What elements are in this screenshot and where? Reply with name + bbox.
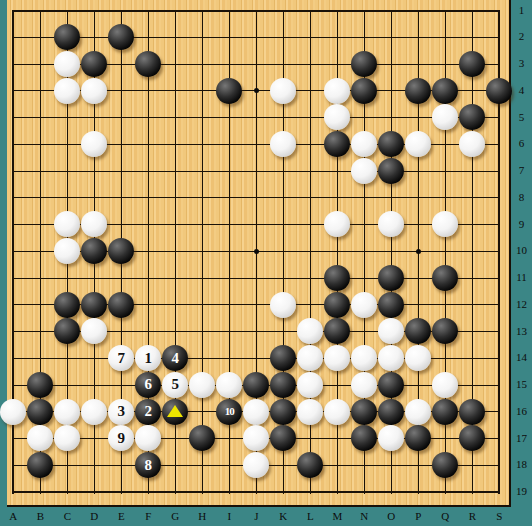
- black-stone[interactable]: [378, 372, 404, 398]
- black-stone[interactable]: [432, 452, 458, 478]
- black-stone[interactable]: 8: [135, 452, 161, 478]
- black-stone[interactable]: [27, 372, 53, 398]
- black-stone[interactable]: [378, 131, 404, 157]
- white-stone[interactable]: [405, 131, 431, 157]
- row-label: 19: [511, 485, 532, 497]
- white-stone[interactable]: [351, 131, 377, 157]
- white-stone[interactable]: [54, 425, 80, 451]
- white-stone[interactable]: [324, 78, 350, 104]
- white-stone[interactable]: [297, 345, 323, 371]
- row-label: 17: [511, 432, 532, 444]
- white-stone[interactable]: 3: [108, 399, 134, 425]
- white-stone[interactable]: [324, 211, 350, 237]
- column-label: N: [351, 510, 377, 522]
- black-stone[interactable]: [81, 292, 107, 318]
- black-stone[interactable]: [432, 265, 458, 291]
- row-label: 4: [511, 84, 532, 96]
- white-stone[interactable]: [27, 425, 53, 451]
- white-stone[interactable]: [351, 292, 377, 318]
- black-stone[interactable]: 6: [135, 372, 161, 398]
- black-stone[interactable]: [270, 399, 296, 425]
- white-stone[interactable]: [189, 372, 215, 398]
- move-number-label: 7: [118, 351, 126, 366]
- white-stone[interactable]: [243, 399, 269, 425]
- move-number-label: 5: [172, 377, 180, 392]
- white-stone[interactable]: 9: [108, 425, 134, 451]
- black-stone[interactable]: [54, 292, 80, 318]
- move-number-label: 6: [145, 377, 153, 392]
- white-stone[interactable]: [54, 78, 80, 104]
- move-number-label: 4: [172, 351, 180, 366]
- white-stone[interactable]: [270, 131, 296, 157]
- white-stone[interactable]: [459, 131, 485, 157]
- white-stone[interactable]: [54, 51, 80, 77]
- column-label: M: [324, 510, 350, 522]
- row-label: 12: [511, 298, 532, 310]
- black-stone[interactable]: [135, 51, 161, 77]
- white-stone[interactable]: [432, 372, 458, 398]
- column-label: Q: [432, 510, 458, 522]
- row-label: 2: [511, 30, 532, 42]
- black-stone[interactable]: [405, 425, 431, 451]
- black-stone[interactable]: [351, 51, 377, 77]
- move-number-label: 9: [118, 431, 126, 446]
- black-stone[interactable]: [486, 78, 512, 104]
- black-stone[interactable]: [270, 425, 296, 451]
- column-label: P: [405, 510, 431, 522]
- black-stone[interactable]: [324, 265, 350, 291]
- white-stone[interactable]: [378, 425, 404, 451]
- column-label: I: [216, 510, 242, 522]
- white-stone[interactable]: [54, 238, 80, 264]
- black-stone[interactable]: 2: [135, 399, 161, 425]
- row-label: 8: [511, 191, 532, 203]
- white-stone[interactable]: [432, 104, 458, 130]
- white-stone[interactable]: [54, 399, 80, 425]
- black-stone[interactable]: [324, 131, 350, 157]
- black-stone[interactable]: [405, 78, 431, 104]
- row-label: 5: [511, 111, 532, 123]
- black-stone[interactable]: [324, 292, 350, 318]
- black-stone[interactable]: [81, 238, 107, 264]
- black-stone[interactable]: [459, 51, 485, 77]
- black-stone[interactable]: [324, 318, 350, 344]
- row-label: 18: [511, 458, 532, 470]
- black-stone[interactable]: [351, 399, 377, 425]
- row-label: 13: [511, 325, 532, 337]
- row-labels-strip: 12345678910111213141516171819: [511, 0, 532, 507]
- white-stone[interactable]: [351, 345, 377, 371]
- column-label: K: [270, 510, 296, 522]
- black-stone[interactable]: 10: [216, 399, 242, 425]
- black-stone[interactable]: [378, 265, 404, 291]
- white-stone[interactable]: [297, 318, 323, 344]
- row-label: 3: [511, 57, 532, 69]
- black-stone[interactable]: [243, 372, 269, 398]
- black-stone[interactable]: [270, 372, 296, 398]
- column-label: G: [162, 510, 188, 522]
- white-stone[interactable]: [81, 318, 107, 344]
- white-stone[interactable]: [243, 452, 269, 478]
- stones-grid: 71465321098: [0, 0, 513, 505]
- black-stone[interactable]: [108, 238, 134, 264]
- column-label: C: [54, 510, 80, 522]
- white-stone[interactable]: [270, 78, 296, 104]
- white-stone[interactable]: [81, 131, 107, 157]
- white-stone[interactable]: 1: [135, 345, 161, 371]
- black-stone[interactable]: [378, 399, 404, 425]
- column-label: J: [243, 510, 269, 522]
- black-stone[interactable]: [27, 399, 53, 425]
- column-label: E: [108, 510, 134, 522]
- column-label: F: [135, 510, 161, 522]
- move-number-label: 8: [145, 458, 153, 473]
- black-stone[interactable]: [81, 51, 107, 77]
- column-label: S: [486, 510, 512, 522]
- white-stone[interactable]: [405, 345, 431, 371]
- column-label: B: [27, 510, 53, 522]
- black-stone[interactable]: [297, 452, 323, 478]
- row-label: 11: [511, 271, 532, 283]
- move-number-label: 1: [145, 351, 153, 366]
- black-stone[interactable]: [432, 78, 458, 104]
- column-label: O: [378, 510, 404, 522]
- move-number-label: 3: [118, 404, 126, 419]
- row-label: 9: [511, 218, 532, 230]
- black-stone[interactable]: [459, 399, 485, 425]
- black-stone[interactable]: [216, 78, 242, 104]
- row-label: 14: [511, 351, 532, 363]
- white-stone[interactable]: [81, 399, 107, 425]
- goban[interactable]: 71465321098: [7, 0, 511, 507]
- white-stone[interactable]: [378, 318, 404, 344]
- black-stone[interactable]: [378, 158, 404, 184]
- white-stone[interactable]: [405, 399, 431, 425]
- column-label: A: [0, 510, 26, 522]
- white-stone[interactable]: [351, 372, 377, 398]
- row-label: 15: [511, 378, 532, 390]
- black-stone[interactable]: [459, 425, 485, 451]
- white-stone[interactable]: [54, 211, 80, 237]
- black-stone[interactable]: [108, 292, 134, 318]
- row-label: 10: [511, 244, 532, 256]
- white-stone[interactable]: 7: [108, 345, 134, 371]
- white-stone[interactable]: [378, 211, 404, 237]
- black-stone[interactable]: [459, 104, 485, 130]
- row-label: 16: [511, 405, 532, 417]
- white-stone[interactable]: [351, 158, 377, 184]
- white-stone[interactable]: [297, 399, 323, 425]
- black-stone[interactable]: [189, 425, 215, 451]
- white-stone[interactable]: [81, 211, 107, 237]
- black-stone[interactable]: [162, 399, 188, 425]
- white-stone[interactable]: [378, 345, 404, 371]
- white-stone[interactable]: [324, 104, 350, 130]
- white-stone[interactable]: [216, 372, 242, 398]
- black-stone[interactable]: [270, 345, 296, 371]
- move-number-label: 2: [145, 404, 153, 419]
- column-labels-strip: ABCDEFGHIJKLMNOPQRS: [0, 507, 532, 526]
- black-stone[interactable]: [27, 452, 53, 478]
- black-stone[interactable]: [54, 318, 80, 344]
- white-stone[interactable]: [297, 372, 323, 398]
- white-stone[interactable]: [135, 425, 161, 451]
- column-label: D: [81, 510, 107, 522]
- black-stone[interactable]: [54, 24, 80, 50]
- row-label: 1: [511, 4, 532, 16]
- white-stone[interactable]: [324, 399, 350, 425]
- black-stone[interactable]: 4: [162, 345, 188, 371]
- go-app-window: 71465321098 ABCDEFGHIJKLMNOPQRS 12345678…: [0, 0, 532, 526]
- black-stone[interactable]: [432, 399, 458, 425]
- column-label: H: [189, 510, 215, 522]
- white-stone[interactable]: 5: [162, 372, 188, 398]
- black-stone[interactable]: [108, 24, 134, 50]
- triangle-marker: [167, 405, 183, 417]
- white-stone[interactable]: [243, 425, 269, 451]
- black-stone[interactable]: [351, 78, 377, 104]
- black-stone[interactable]: [405, 318, 431, 344]
- white-stone[interactable]: [0, 399, 26, 425]
- black-stone[interactable]: [351, 425, 377, 451]
- white-stone[interactable]: [81, 78, 107, 104]
- column-label: L: [297, 510, 323, 522]
- row-label: 7: [511, 164, 532, 176]
- white-stone[interactable]: [432, 211, 458, 237]
- move-number-label: 10: [225, 406, 234, 417]
- column-label: R: [459, 510, 485, 522]
- black-stone[interactable]: [432, 318, 458, 344]
- white-stone[interactable]: [270, 292, 296, 318]
- row-label: 6: [511, 137, 532, 149]
- black-stone[interactable]: [378, 292, 404, 318]
- white-stone[interactable]: [324, 345, 350, 371]
